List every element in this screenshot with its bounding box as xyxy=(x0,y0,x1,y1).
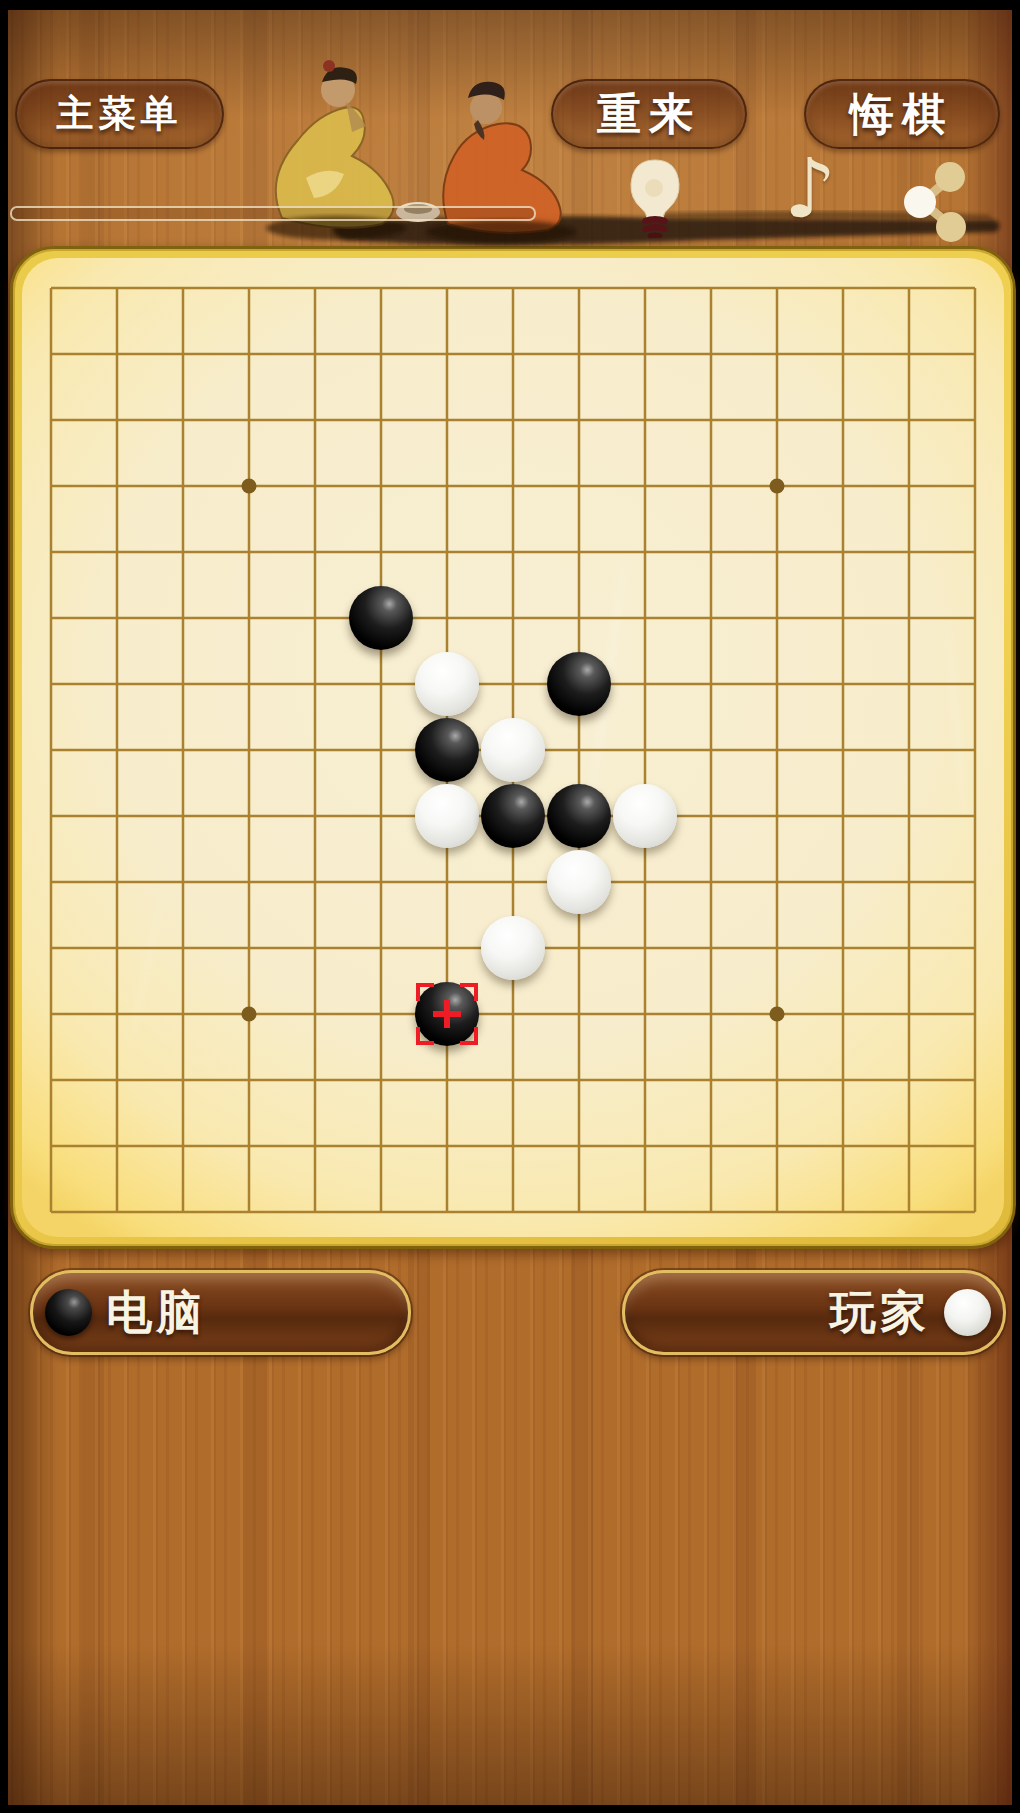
human-player-label: 玩家 xyxy=(830,1282,930,1344)
white-stone xyxy=(613,784,677,848)
black-stone-badge xyxy=(45,1289,92,1336)
music-note-icon: ♪ xyxy=(784,141,836,236)
hint-button[interactable] xyxy=(627,158,683,240)
app-screen: 主菜单 重来 悔棋 xyxy=(0,0,1020,1813)
white-stone xyxy=(481,916,545,980)
sound-button[interactable]: ♪ xyxy=(772,146,848,232)
white-stone xyxy=(415,652,479,716)
progress-line xyxy=(10,206,536,221)
share-icon xyxy=(898,156,970,248)
white-stone xyxy=(415,784,479,848)
share-button[interactable] xyxy=(898,156,970,248)
lightbulb-icon xyxy=(627,158,683,240)
black-stone xyxy=(415,718,479,782)
black-stone xyxy=(547,652,611,716)
computer-player-label: 电脑 xyxy=(106,1282,206,1344)
black-stone xyxy=(547,784,611,848)
black-stone xyxy=(481,784,545,848)
white-stone xyxy=(547,850,611,914)
human-player-bar: 玩家 xyxy=(622,1270,1006,1355)
last-move-marker xyxy=(413,980,481,1048)
goban-board[interactable] xyxy=(10,246,1016,1249)
black-stone xyxy=(349,586,413,650)
white-stone-badge xyxy=(944,1289,991,1336)
white-stone xyxy=(481,718,545,782)
computer-player-bar: 电脑 xyxy=(30,1270,411,1355)
